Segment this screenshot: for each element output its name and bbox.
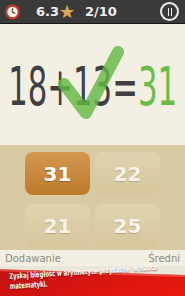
pause-button[interactable] [160,2,179,21]
equation-left: 18+13= [8,56,138,117]
answer-button-21[interactable]: 21 [25,204,90,247]
category-label: Dodawanie [5,253,61,265]
clock-icon [4,3,21,20]
timer-value: 6.3 [36,4,59,20]
equation-answer: 31 [138,56,177,117]
answer-button-25[interactable]: 25 [95,204,160,247]
answer-button-22[interactable]: 22 [95,152,160,195]
ad-banner[interactable]: Zyskaj biegłość w arytmetyce przydatnej … [0,266,185,296]
top-hud-bar: 6.3 ★ 2/10 [0,0,185,24]
equation-text: 18+13=31 [8,60,177,113]
equation-area: 18+13=31 [0,24,185,145]
math-game-screen: 6.3 ★ 2/10 18+13=31 31 22 21 25 Dodawani… [0,0,185,296]
answers-panel: 31 22 21 25 [0,145,185,250]
answer-button-31[interactable]: 31 [25,152,90,195]
answers-grid: 31 22 21 25 [25,152,160,247]
progress-counter: 2/10 [85,4,117,20]
difficulty-label: Średni [148,253,180,265]
footer-bar: Dodawanie Średni [0,250,185,266]
star-icon: ★ [59,0,75,24]
